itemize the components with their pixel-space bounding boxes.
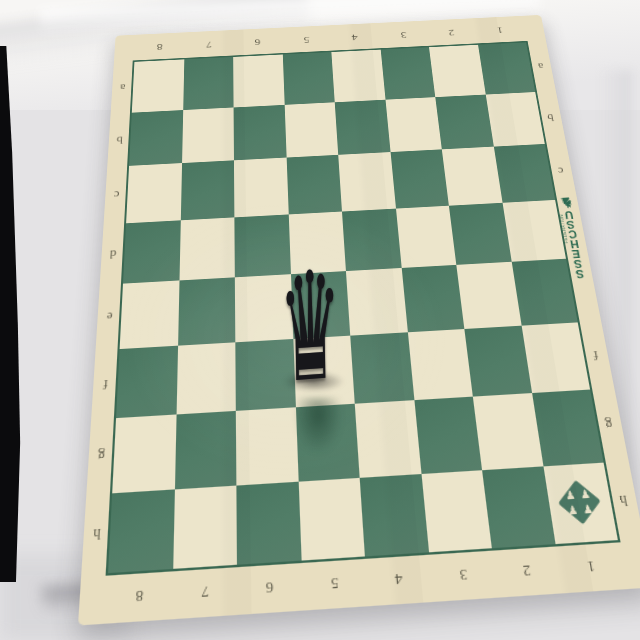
square-b5[interactable] <box>284 102 338 158</box>
square-f2[interactable] <box>464 325 531 396</box>
coord-label-top-6: 6 <box>233 28 282 57</box>
square-e8[interactable] <box>120 280 179 348</box>
square-c8[interactable] <box>126 163 181 223</box>
table-edge-dark-strip <box>0 46 21 582</box>
square-b4[interactable] <box>335 99 390 154</box>
coord-label-left-d: d <box>100 223 126 285</box>
coord-label-left-f: f <box>91 349 120 420</box>
coord-label-bottom-2: 2 <box>492 544 563 598</box>
square-a6[interactable] <box>233 55 284 108</box>
pawn-icon: ♟ <box>583 504 595 516</box>
square-g6[interactable] <box>236 407 298 485</box>
square-b1[interactable] <box>485 92 545 147</box>
square-b2[interactable] <box>435 94 493 149</box>
square-d2[interactable] <box>449 202 511 264</box>
photo-of-chess-board: 87654321 87654321 abcdefgh abcfgh ♞ FEDE… <box>0 0 640 640</box>
square-h7[interactable] <box>173 485 237 569</box>
square-h5[interactable] <box>298 477 365 560</box>
coord-label-left-g: g <box>86 418 116 494</box>
coord-label-bottom-4: 4 <box>365 552 433 606</box>
corner-logo-pawns: ♟♟♟♟ <box>562 486 597 519</box>
pawn-icon: ♟ <box>568 504 580 516</box>
coord-label-top-7: 7 <box>184 30 233 59</box>
square-e7[interactable] <box>178 277 236 345</box>
square-a3[interactable] <box>380 47 435 99</box>
square-c4[interactable] <box>338 152 395 211</box>
coord-label-bottom-8: 8 <box>105 569 172 624</box>
square-g8[interactable] <box>112 414 176 492</box>
piece-black-queen-f5[interactable]: ♛ <box>244 266 378 388</box>
square-g4[interactable] <box>355 400 421 477</box>
coord-label-top-1: 1 <box>473 16 526 45</box>
square-h8[interactable] <box>108 489 174 573</box>
square-h3[interactable] <box>421 470 492 553</box>
coord-label-bottom-5: 5 <box>301 556 368 610</box>
square-a4[interactable] <box>331 50 385 102</box>
coord-label-left-e: e <box>96 284 123 350</box>
square-c6[interactable] <box>234 158 288 217</box>
square-f1[interactable] <box>521 322 590 393</box>
square-g2[interactable] <box>473 393 543 470</box>
square-c7[interactable] <box>180 160 234 220</box>
square-a7[interactable] <box>183 57 234 110</box>
coord-label-top-3: 3 <box>378 21 429 50</box>
coord-label-left-a: a <box>111 62 135 114</box>
square-b6[interactable] <box>234 104 287 160</box>
square-b8[interactable] <box>129 110 183 166</box>
black-queen-glyph: ♛ <box>278 264 342 391</box>
coord-label-left-c: c <box>104 166 129 224</box>
square-d7[interactable] <box>179 217 235 281</box>
knight-logo-icon: ♞ <box>558 195 575 210</box>
square-a5[interactable] <box>282 52 334 104</box>
square-b7[interactable] <box>182 107 234 163</box>
square-a8[interactable] <box>132 59 184 112</box>
square-h6[interactable] <box>236 481 301 565</box>
pawn-icon: ♟ <box>565 489 577 501</box>
corner-diamond-pawns-logo: ♟♟♟♟ <box>558 480 600 524</box>
coord-label-top-2: 2 <box>426 18 478 47</box>
square-c3[interactable] <box>390 149 449 208</box>
square-h4[interactable] <box>360 473 429 556</box>
coord-label-left-b: b <box>107 112 132 167</box>
coord-label-bottom-7: 7 <box>172 565 238 620</box>
square-f7[interactable] <box>176 342 236 415</box>
square-d4[interactable] <box>342 208 401 271</box>
coord-label-bottom-1: 1 <box>555 540 627 593</box>
square-e3[interactable] <box>401 265 464 332</box>
square-c2[interactable] <box>442 147 502 206</box>
square-c1[interactable] <box>493 144 555 202</box>
square-a1[interactable] <box>478 42 536 94</box>
square-d8[interactable] <box>123 220 180 284</box>
square-c5[interactable] <box>286 155 342 214</box>
square-e2[interactable] <box>456 262 521 329</box>
pawn-icon: ♟ <box>580 488 592 500</box>
coord-label-bottom-6: 6 <box>237 561 303 615</box>
us-chess-logo-letter: S <box>575 268 585 279</box>
coord-label-bottom-3: 3 <box>429 548 499 602</box>
coord-label-top-8: 8 <box>134 32 184 61</box>
square-g3[interactable] <box>414 397 482 474</box>
coord-label-top-5: 5 <box>281 25 331 54</box>
square-b3[interactable] <box>385 97 442 152</box>
square-f8[interactable] <box>116 345 178 418</box>
square-f3[interactable] <box>407 329 472 401</box>
square-d3[interactable] <box>395 205 456 268</box>
coord-label-left-h: h <box>81 493 112 575</box>
square-g7[interactable] <box>174 411 236 489</box>
square-a2[interactable] <box>429 45 485 97</box>
coord-label-top-4: 4 <box>330 23 381 52</box>
